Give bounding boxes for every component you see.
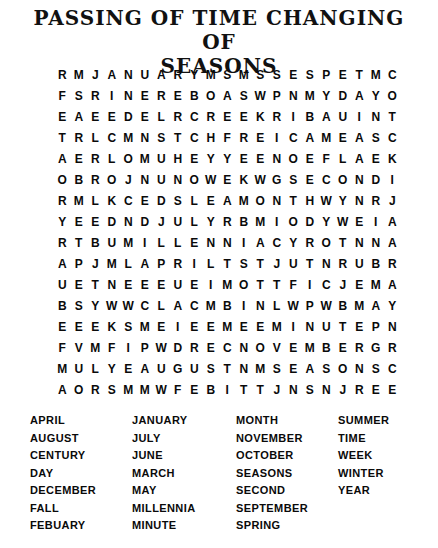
grid-cell-r4c19[interactable]: A [351,127,368,148]
grid-cell-r14c5[interactable]: I [120,337,137,358]
grid-cell-r2c12[interactable]: S [236,85,253,106]
grid-cell-r2c2[interactable]: S [71,85,88,106]
grid-cell-r1c15[interactable]: E [285,64,302,85]
grid-cell-r6c4[interactable]: O [104,169,121,190]
grid-cell-r11c15[interactable]: F [285,274,302,295]
grid-cell-r12c8[interactable]: A [170,295,187,316]
grid-cell-r7c3[interactable]: L [87,190,104,211]
grid-cell-r3c2[interactable]: A [71,106,88,127]
grid-cell-r10c20[interactable]: B [368,253,385,274]
grid-cell-r10c12[interactable]: S [236,253,253,274]
grid-cell-r9c5[interactable]: M [120,232,137,253]
grid-cell-r14c13[interactable]: O [252,337,269,358]
grid-cell-r8c9[interactable]: L [186,211,203,232]
grid-cell-r14c9[interactable]: R [186,337,203,358]
grid-cell-r11c17[interactable]: C [318,274,335,295]
grid-cell-r3c3[interactable]: E [87,106,104,127]
grid-cell-r13c16[interactable]: N [302,316,319,337]
grid-cell-r8c5[interactable]: N [120,211,137,232]
grid-cell-r2c3[interactable]: R [87,85,104,106]
grid-cell-r7c13[interactable]: O [252,190,269,211]
grid-cell-r4c3[interactable]: L [87,127,104,148]
grid-cell-r3c8[interactable]: R [170,106,187,127]
grid-cell-r10c19[interactable]: U [351,253,368,274]
grid-cell-r6c21[interactable]: I [384,169,401,190]
grid-cell-r10c17[interactable]: N [318,253,335,274]
grid-cell-r11c5[interactable]: E [120,274,137,295]
grid-cell-r16c16[interactable]: S [302,379,319,400]
grid-cell-r5c18[interactable]: L [335,148,352,169]
grid-cell-r15c21[interactable]: C [384,358,401,379]
grid-cell-r2c7[interactable]: R [153,85,170,106]
grid-cell-r2c5[interactable]: N [120,85,137,106]
grid-cell-r8c3[interactable]: E [87,211,104,232]
grid-cell-r1c3[interactable]: J [87,64,104,85]
grid-cell-r4c11[interactable]: F [219,127,236,148]
grid-cell-r12c1[interactable]: B [54,295,71,316]
grid-cell-r1c2[interactable]: M [71,64,88,85]
grid-cell-r9c18[interactable]: T [335,232,352,253]
grid-cell-r11c8[interactable]: U [170,274,187,295]
grid-cell-r5c1[interactable]: A [54,148,71,169]
grid-cell-r16c4[interactable]: S [104,379,121,400]
grid-cell-r16c13[interactable]: T [252,379,269,400]
grid-cell-r4c17[interactable]: M [318,127,335,148]
grid-cell-r10c15[interactable]: U [285,253,302,274]
grid-cell-r6c2[interactable]: B [71,169,88,190]
grid-cell-r15c13[interactable]: M [252,358,269,379]
grid-cell-r3c17[interactable]: A [318,106,335,127]
grid-cell-r1c5[interactable]: N [120,64,137,85]
grid-cell-r11c2[interactable]: E [71,274,88,295]
grid-cell-r13c17[interactable]: U [318,316,335,337]
grid-cell-r12c5[interactable]: W [120,295,137,316]
grid-cell-r3c1[interactable]: E [54,106,71,127]
grid-cell-r6c8[interactable]: N [170,169,187,190]
grid-cell-r10c2[interactable]: P [71,253,88,274]
grid-cell-r15c20[interactable]: S [368,358,385,379]
grid-cell-r8c10[interactable]: Y [203,211,220,232]
grid-cell-r10c14[interactable]: J [269,253,286,274]
grid-cell-r13c2[interactable]: E [71,316,88,337]
grid-cell-r14c18[interactable]: E [335,337,352,358]
grid-cell-r13c10[interactable]: E [203,316,220,337]
grid-cell-r13c12[interactable]: E [236,316,253,337]
grid-cell-r3c9[interactable]: C [186,106,203,127]
grid-cell-r11c20[interactable]: M [368,274,385,295]
grid-cell-r2c11[interactable]: A [219,85,236,106]
grid-cell-r14c15[interactable]: E [285,337,302,358]
grid-cell-r13c6[interactable]: M [137,316,154,337]
grid-cell-r8c18[interactable]: W [335,211,352,232]
grid-cell-r4c16[interactable]: A [302,127,319,148]
grid-cell-r10c9[interactable]: I [186,253,203,274]
grid-cell-r12c21[interactable]: Y [384,295,401,316]
grid-cell-r1c18[interactable]: E [335,64,352,85]
grid-cell-r3c6[interactable]: E [137,106,154,127]
grid-cell-r8c16[interactable]: D [302,211,319,232]
grid-cell-r5c21[interactable]: K [384,148,401,169]
grid-cell-r9c3[interactable]: B [87,232,104,253]
grid-cell-r7c7[interactable]: D [153,190,170,211]
grid-cell-r4c15[interactable]: C [285,127,302,148]
grid-cell-r7c9[interactable]: L [186,190,203,211]
grid-cell-r16c8[interactable]: F [170,379,187,400]
grid-cell-r8c1[interactable]: Y [54,211,71,232]
grid-cell-r4c18[interactable]: E [335,127,352,148]
grid-cell-r11c7[interactable]: E [153,274,170,295]
grid-cell-r16c21[interactable]: E [384,379,401,400]
grid-cell-r10c11[interactable]: T [219,253,236,274]
grid-cell-r13c15[interactable]: I [285,316,302,337]
grid-cell-r9c4[interactable]: U [104,232,121,253]
grid-cell-r3c11[interactable]: E [219,106,236,127]
grid-cell-r2c13[interactable]: W [252,85,269,106]
grid-cell-r13c9[interactable]: E [186,316,203,337]
grid-cell-r2c4[interactable]: I [104,85,121,106]
grid-cell-r6c20[interactable]: D [368,169,385,190]
grid-cell-r12c15[interactable]: W [285,295,302,316]
grid-cell-r10c13[interactable]: T [252,253,269,274]
grid-cell-r3c20[interactable]: N [368,106,385,127]
grid-cell-r7c12[interactable]: M [236,190,253,211]
grid-cell-r7c11[interactable]: A [219,190,236,211]
grid-cell-r16c5[interactable]: M [120,379,137,400]
grid-cell-r9c10[interactable]: N [203,232,220,253]
grid-cell-r12c16[interactable]: P [302,295,319,316]
grid-cell-r5c11[interactable]: Y [219,148,236,169]
grid-cell-r10c6[interactable]: A [137,253,154,274]
grid-cell-r6c9[interactable]: O [186,169,203,190]
grid-cell-r7c10[interactable]: E [203,190,220,211]
grid-cell-r8c20[interactable]: I [368,211,385,232]
grid-cell-r16c20[interactable]: E [368,379,385,400]
grid-cell-r15c9[interactable]: U [186,358,203,379]
grid-cell-r7c6[interactable]: E [137,190,154,211]
grid-cell-r11c10[interactable]: I [203,274,220,295]
grid-cell-r1c20[interactable]: M [368,64,385,85]
grid-cell-r5c17[interactable]: F [318,148,335,169]
grid-cell-r5c7[interactable]: U [153,148,170,169]
grid-cell-r4c13[interactable]: E [252,127,269,148]
grid-cell-r14c1[interactable]: F [54,337,71,358]
grid-cell-r10c8[interactable]: R [170,253,187,274]
grid-cell-r13c13[interactable]: E [252,316,269,337]
grid-cell-r3c12[interactable]: E [236,106,253,127]
grid-cell-r16c7[interactable]: W [153,379,170,400]
grid-cell-r15c15[interactable]: E [285,358,302,379]
grid-cell-r3c15[interactable]: I [285,106,302,127]
grid-cell-r3c13[interactable]: K [252,106,269,127]
grid-cell-r7c17[interactable]: W [318,190,335,211]
grid-cell-r11c4[interactable]: N [104,274,121,295]
grid-cell-r4c2[interactable]: R [71,127,88,148]
grid-cell-r3c18[interactable]: U [335,106,352,127]
grid-cell-r12c19[interactable]: M [351,295,368,316]
grid-cell-r12c9[interactable]: C [186,295,203,316]
grid-cell-r3c10[interactable]: R [203,106,220,127]
grid-cell-r13c19[interactable]: E [351,316,368,337]
grid-cell-r5c9[interactable]: E [186,148,203,169]
grid-cell-r5c5[interactable]: O [120,148,137,169]
grid-cell-r1c16[interactable]: S [302,64,319,85]
grid-cell-r10c18[interactable]: R [335,253,352,274]
grid-cell-r14c20[interactable]: G [368,337,385,358]
grid-cell-r15c17[interactable]: S [318,358,335,379]
grid-cell-r14c16[interactable]: M [302,337,319,358]
grid-cell-r5c14[interactable]: N [269,148,286,169]
grid-cell-r2c16[interactable]: M [302,85,319,106]
grid-cell-r8c21[interactable]: A [384,211,401,232]
grid-cell-r4c4[interactable]: C [104,127,121,148]
grid-cell-r9c13[interactable]: A [252,232,269,253]
grid-cell-r8c14[interactable]: I [269,211,286,232]
grid-cell-r2c19[interactable]: A [351,85,368,106]
grid-cell-r5c16[interactable]: E [302,148,319,169]
grid-cell-r8c15[interactable]: O [285,211,302,232]
grid-cell-r9c20[interactable]: N [368,232,385,253]
grid-cell-r9c1[interactable]: R [54,232,71,253]
grid-cell-r11c13[interactable]: T [252,274,269,295]
grid-cell-r7c2[interactable]: M [71,190,88,211]
grid-cell-r1c14[interactable]: S [269,64,286,85]
grid-cell-r5c15[interactable]: O [285,148,302,169]
grid-cell-r1c12[interactable]: M [236,64,253,85]
grid-cell-r13c14[interactable]: M [269,316,286,337]
grid-cell-r10c4[interactable]: M [104,253,121,274]
grid-cell-r5c12[interactable]: E [236,148,253,169]
grid-cell-r16c3[interactable]: R [87,379,104,400]
grid-cell-r13c21[interactable]: N [384,316,401,337]
grid-cell-r10c10[interactable]: L [203,253,220,274]
grid-cell-r7c5[interactable]: C [120,190,137,211]
grid-cell-r14c12[interactable]: N [236,337,253,358]
grid-cell-r9c2[interactable]: T [71,232,88,253]
grid-cell-r2c17[interactable]: Y [318,85,335,106]
grid-cell-r16c2[interactable]: O [71,379,88,400]
grid-cell-r6c19[interactable]: N [351,169,368,190]
grid-cell-r9c19[interactable]: N [351,232,368,253]
grid-cell-r5c10[interactable]: Y [203,148,220,169]
grid-cell-r8c2[interactable]: E [71,211,88,232]
grid-cell-r16c14[interactable]: J [269,379,286,400]
grid-cell-r4c7[interactable]: S [153,127,170,148]
grid-cell-r4c6[interactable]: N [137,127,154,148]
grid-cell-r16c9[interactable]: E [186,379,203,400]
grid-cell-r7c16[interactable]: H [302,190,319,211]
grid-cell-r14c4[interactable]: F [104,337,121,358]
grid-cell-r1c19[interactable]: T [351,64,368,85]
grid-cell-r12c17[interactable]: W [318,295,335,316]
grid-cell-r15c11[interactable]: T [219,358,236,379]
grid-cell-r15c18[interactable]: O [335,358,352,379]
grid-cell-r15c6[interactable]: A [137,358,154,379]
grid-cell-r9c11[interactable]: N [219,232,236,253]
grid-cell-r6c1[interactable]: O [54,169,71,190]
grid-cell-r8c4[interactable]: D [104,211,121,232]
grid-cell-r4c9[interactable]: C [186,127,203,148]
grid-cell-r14c17[interactable]: B [318,337,335,358]
grid-cell-r11c9[interactable]: E [186,274,203,295]
grid-cell-r9c17[interactable]: O [318,232,335,253]
grid-cell-r13c3[interactable]: E [87,316,104,337]
grid-cell-r12c18[interactable]: B [335,295,352,316]
grid-cell-r2c8[interactable]: E [170,85,187,106]
grid-cell-r10c21[interactable]: R [384,253,401,274]
grid-cell-r15c2[interactable]: U [71,358,88,379]
grid-cell-r2c15[interactable]: N [285,85,302,106]
grid-cell-r2c9[interactable]: B [186,85,203,106]
grid-cell-r2c1[interactable]: F [54,85,71,106]
grid-cell-r11c16[interactable]: I [302,274,319,295]
grid-cell-r6c16[interactable]: E [302,169,319,190]
grid-cell-r8c13[interactable]: M [252,211,269,232]
grid-cell-r11c1[interactable]: U [54,274,71,295]
grid-cell-r2c18[interactable]: D [335,85,352,106]
grid-cell-r1c11[interactable]: S [219,64,236,85]
grid-cell-r8c17[interactable]: Y [318,211,335,232]
grid-cell-r13c8[interactable]: I [170,316,187,337]
grid-cell-r15c12[interactable]: N [236,358,253,379]
grid-cell-r15c8[interactable]: G [170,358,187,379]
grid-cell-r13c7[interactable]: E [153,316,170,337]
grid-cell-r16c10[interactable]: B [203,379,220,400]
grid-cell-r1c8[interactable]: R [170,64,187,85]
grid-cell-r9c6[interactable]: I [137,232,154,253]
grid-cell-r13c11[interactable]: M [219,316,236,337]
grid-cell-r12c2[interactable]: S [71,295,88,316]
grid-cell-r4c20[interactable]: S [368,127,385,148]
grid-cell-r13c5[interactable]: S [120,316,137,337]
grid-cell-r15c16[interactable]: A [302,358,319,379]
grid-cell-r9c12[interactable]: I [236,232,253,253]
grid-cell-r15c14[interactable]: S [269,358,286,379]
grid-cell-r11c14[interactable]: T [269,274,286,295]
grid-cell-r15c5[interactable]: E [120,358,137,379]
grid-cell-r11c6[interactable]: E [137,274,154,295]
grid-cell-r16c15[interactable]: N [285,379,302,400]
grid-cell-r4c10[interactable]: H [203,127,220,148]
grid-cell-r2c20[interactable]: Y [368,85,385,106]
grid-cell-r6c5[interactable]: J [120,169,137,190]
grid-cell-r1c4[interactable]: A [104,64,121,85]
grid-cell-r1c17[interactable]: P [318,64,335,85]
grid-cell-r7c15[interactable]: T [285,190,302,211]
grid-cell-r12c3[interactable]: Y [87,295,104,316]
grid-cell-r6c7[interactable]: U [153,169,170,190]
grid-cell-r4c8[interactable]: T [170,127,187,148]
grid-cell-r4c14[interactable]: I [269,127,286,148]
grid-cell-r6c13[interactable]: W [252,169,269,190]
grid-cell-r5c6[interactable]: M [137,148,154,169]
grid-cell-r14c8[interactable]: D [170,337,187,358]
grid-cell-r5c3[interactable]: R [87,148,104,169]
grid-cell-r3c16[interactable]: B [302,106,319,127]
grid-cell-r6c18[interactable]: O [335,169,352,190]
grid-cell-r9c16[interactable]: R [302,232,319,253]
grid-cell-r6c14[interactable]: G [269,169,286,190]
grid-cell-r7c8[interactable]: S [170,190,187,211]
grid-cell-r12c10[interactable]: M [203,295,220,316]
grid-cell-r2c21[interactable]: O [384,85,401,106]
grid-cell-r14c6[interactable]: P [137,337,154,358]
grid-cell-r9c7[interactable]: L [153,232,170,253]
grid-cell-r1c1[interactable]: R [54,64,71,85]
grid-cell-r12c7[interactable]: L [153,295,170,316]
grid-cell-r5c19[interactable]: A [351,148,368,169]
grid-cell-r4c21[interactable]: C [384,127,401,148]
grid-cell-r16c12[interactable]: T [236,379,253,400]
grid-cell-r6c12[interactable]: K [236,169,253,190]
grid-cell-r8c7[interactable]: J [153,211,170,232]
grid-cell-r2c6[interactable]: E [137,85,154,106]
grid-cell-r10c16[interactable]: T [302,253,319,274]
grid-cell-r16c19[interactable]: R [351,379,368,400]
grid-cell-r13c4[interactable]: K [104,316,121,337]
grid-cell-r14c21[interactable]: R [384,337,401,358]
grid-cell-r5c2[interactable]: E [71,148,88,169]
grid-cell-r12c14[interactable]: L [269,295,286,316]
grid-cell-r5c4[interactable]: L [104,148,121,169]
grid-cell-r7c14[interactable]: N [269,190,286,211]
grid-cell-r6c3[interactable]: R [87,169,104,190]
grid-cell-r8c12[interactable]: B [236,211,253,232]
grid-cell-r8c19[interactable]: E [351,211,368,232]
grid-cell-r9c9[interactable]: E [186,232,203,253]
grid-cell-r6c10[interactable]: W [203,169,220,190]
grid-cell-r7c4[interactable]: K [104,190,121,211]
grid-cell-r9c8[interactable]: L [170,232,187,253]
grid-cell-r3c7[interactable]: L [153,106,170,127]
grid-cell-r1c9[interactable]: Y [186,64,203,85]
grid-cell-r12c6[interactable]: C [137,295,154,316]
grid-cell-r4c1[interactable]: T [54,127,71,148]
grid-cell-r1c21[interactable]: C [384,64,401,85]
grid-cell-r12c4[interactable]: W [104,295,121,316]
grid-cell-r14c10[interactable]: E [203,337,220,358]
grid-cell-r14c19[interactable]: R [351,337,368,358]
grid-cell-r3c4[interactable]: E [104,106,121,127]
grid-cell-r10c1[interactable]: A [54,253,71,274]
grid-cell-r16c18[interactable]: J [335,379,352,400]
grid-cell-r16c1[interactable]: A [54,379,71,400]
grid-cell-r7c18[interactable]: Y [335,190,352,211]
grid-cell-r3c19[interactable]: I [351,106,368,127]
grid-cell-r15c7[interactable]: U [153,358,170,379]
grid-cell-r14c3[interactable]: M [87,337,104,358]
grid-cell-r1c7[interactable]: A [153,64,170,85]
grid-cell-r6c17[interactable]: C [318,169,335,190]
grid-cell-r3c5[interactable]: D [120,106,137,127]
grid-cell-r2c14[interactable]: P [269,85,286,106]
grid-cell-r7c20[interactable]: R [368,190,385,211]
grid-cell-r4c5[interactable]: M [120,127,137,148]
grid-cell-r1c13[interactable]: S [252,64,269,85]
grid-cell-r8c6[interactable]: D [137,211,154,232]
grid-cell-r12c12[interactable]: I [236,295,253,316]
grid-cell-r15c3[interactable]: L [87,358,104,379]
grid-cell-r2c10[interactable]: O [203,85,220,106]
grid-cell-r6c6[interactable]: N [137,169,154,190]
grid-cell-r11c18[interactable]: J [335,274,352,295]
grid-cell-r1c10[interactable]: M [203,64,220,85]
grid-cell-r16c11[interactable]: I [219,379,236,400]
grid-cell-r9c21[interactable]: A [384,232,401,253]
grid-cell-r11c19[interactable]: E [351,274,368,295]
grid-cell-r3c14[interactable]: R [269,106,286,127]
grid-cell-r7c19[interactable]: N [351,190,368,211]
grid-cell-r15c4[interactable]: Y [104,358,121,379]
